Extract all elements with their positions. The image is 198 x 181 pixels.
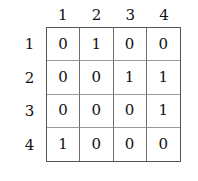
cell-r2c4: 1 bbox=[147, 61, 180, 94]
cell-r2c1: 0 bbox=[47, 61, 80, 94]
cell-r3c2: 0 bbox=[80, 95, 113, 128]
col-label-3: 3 bbox=[126, 6, 136, 24]
col-label-2: 2 bbox=[92, 6, 102, 24]
cell-r1c2: 1 bbox=[80, 28, 113, 61]
col-label-1: 1 bbox=[58, 6, 68, 24]
row-label-2: 2 bbox=[25, 69, 35, 87]
corner-spacer bbox=[13, 2, 46, 27]
cell-r4c2: 0 bbox=[80, 128, 113, 161]
matrix-diagram: 1 2 3 4 1 2 3 4 0 1 0 0 0 0 1 1 0 0 0 1 … bbox=[0, 0, 198, 181]
row-label-1: 1 bbox=[25, 35, 35, 53]
row-label-3: 3 bbox=[25, 102, 35, 120]
cell-r1c4: 0 bbox=[147, 28, 180, 61]
cell-r4c3: 0 bbox=[114, 128, 147, 161]
row-label-4: 4 bbox=[25, 136, 35, 154]
matrix-board: 0 1 0 0 0 0 1 1 0 0 0 1 1 0 0 0 bbox=[46, 27, 181, 162]
col-label-4: 4 bbox=[159, 6, 169, 24]
cell-r2c2: 0 bbox=[80, 61, 113, 94]
cell-r3c1: 0 bbox=[47, 95, 80, 128]
cell-r1c1: 0 bbox=[47, 28, 80, 61]
column-labels: 1 2 3 4 bbox=[46, 2, 181, 27]
cell-r2c3: 1 bbox=[114, 61, 147, 94]
cell-r1c3: 0 bbox=[114, 28, 147, 61]
cell-r4c1: 1 bbox=[47, 128, 80, 161]
cell-r4c4: 0 bbox=[147, 128, 180, 161]
row-labels: 1 2 3 4 bbox=[13, 27, 46, 162]
cell-r3c4: 1 bbox=[147, 95, 180, 128]
cell-r3c3: 0 bbox=[114, 95, 147, 128]
matrix-layout: 1 2 3 4 1 2 3 4 0 1 0 0 0 0 1 1 0 0 0 1 … bbox=[13, 2, 181, 162]
